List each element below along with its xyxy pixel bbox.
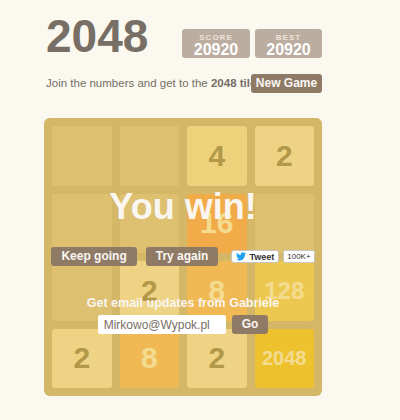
try-again-button[interactable]: Try again [146, 247, 219, 266]
intro-text-plain: Join the numbers and get to the [46, 77, 211, 89]
score-box: SCORE 20920 [182, 29, 250, 58]
intro-text: Join the numbers and get to the 2048 til… [46, 74, 260, 93]
win-overlay: You win! Keep going Try again Tweet 100K… [44, 118, 322, 396]
score-value: 20920 [182, 42, 250, 58]
page-title: 2048 [46, 13, 148, 59]
tweet-widget: Tweet 100K+ [231, 250, 314, 263]
best-box: BEST 20920 [255, 29, 322, 58]
win-message: You win! [44, 188, 322, 226]
tweet-label: Tweet [249, 252, 274, 262]
keep-going-button[interactable]: Keep going [51, 247, 136, 266]
email-updates-heading: Get email updates from Gabriele [44, 296, 322, 310]
best-value: 20920 [255, 42, 322, 58]
win-buttons-row: Keep going Try again Tweet 100K+ [44, 247, 322, 266]
tweet-button[interactable]: Tweet [231, 250, 279, 263]
tweet-count-badge[interactable]: 100K+ [283, 250, 314, 263]
game-board: 4216281282822048 You win! Keep going Try… [44, 118, 322, 396]
new-game-button[interactable]: New Game [251, 74, 322, 93]
email-input[interactable] [98, 315, 226, 334]
go-button[interactable]: Go [232, 315, 269, 334]
twitter-bird-icon [236, 252, 246, 261]
email-form-row: Go [44, 315, 322, 334]
